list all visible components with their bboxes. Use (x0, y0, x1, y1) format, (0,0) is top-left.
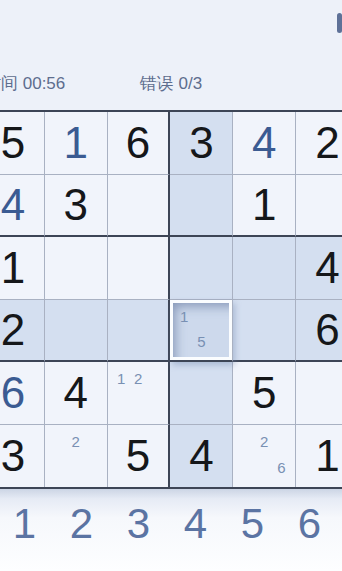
cell-r3c2[interactable] (45, 237, 108, 300)
given-digit: 1 (1, 246, 25, 290)
given-digit: 3 (1, 434, 25, 478)
cell-r5c2[interactable]: 4 (45, 362, 108, 425)
cell-r1c5[interactable]: 4 (233, 112, 296, 175)
cell-r2c6[interactable] (296, 175, 342, 238)
given-digit: 5 (252, 371, 276, 415)
pad-digit-2[interactable]: 2 (53, 501, 110, 547)
cell-r5c6[interactable] (296, 362, 342, 425)
given-digit: 3 (189, 121, 213, 165)
given-digit: 6 (126, 121, 150, 165)
given-digit: 4 (315, 246, 339, 290)
pencil-note-slot: 2 (256, 429, 273, 455)
pencil-notes: 2 (50, 429, 102, 482)
pad-digit-6[interactable]: 6 (281, 501, 338, 547)
cell-r1c2[interactable]: 1 (45, 112, 108, 175)
cell-r2c2[interactable]: 3 (45, 175, 108, 238)
cell-r5c1[interactable]: 6 (0, 362, 45, 425)
user-digit: 4 (252, 121, 276, 165)
pause-button[interactable] (337, 13, 342, 33)
pencil-note-slot (67, 455, 84, 481)
cell-r6c5[interactable]: 26 (233, 425, 296, 488)
pad-digit-5[interactable]: 5 (224, 501, 281, 547)
pause-icon (337, 13, 342, 33)
cell-r6c6[interactable]: 1 (296, 425, 342, 488)
pencil-note-slot: 2 (67, 429, 84, 455)
cell-r4c2[interactable] (45, 300, 108, 363)
cell-r1c4[interactable]: 3 (170, 112, 233, 175)
cell-r2c1[interactable]: 4 (0, 175, 45, 238)
user-digit: 6 (1, 371, 25, 415)
cell-r2c4[interactable] (170, 175, 233, 238)
given-digit: 6 (315, 308, 339, 352)
pencil-note-slot (210, 329, 227, 354)
pencil-note-slot: 1 (113, 366, 130, 392)
cell-r3c4[interactable] (170, 237, 233, 300)
pencil-note-slot: 6 (273, 455, 290, 481)
pencil-notes: 26 (238, 429, 290, 482)
given-digit: 2 (1, 308, 25, 352)
pad-digit-4[interactable]: 4 (167, 501, 224, 547)
given-digit: 2 (315, 121, 339, 165)
cell-r6c1[interactable]: 3 (0, 425, 45, 488)
cell-r3c6[interactable]: 4 (296, 237, 342, 300)
given-digit: 4 (64, 371, 88, 415)
pencil-note-slot (273, 429, 290, 455)
pencil-note-slot (50, 429, 67, 455)
info-row: 时间 00:56 错误 0/3 (0, 74, 342, 94)
cell-r2c3[interactable] (108, 175, 171, 238)
pencil-note-slot (175, 329, 192, 354)
cell-r6c4[interactable]: 4 (170, 425, 233, 488)
pencil-note-slot (130, 392, 147, 418)
pencil-note-slot (238, 455, 255, 481)
cell-r3c3[interactable] (108, 237, 171, 300)
cell-r5c3[interactable]: 12 (108, 362, 171, 425)
sudoku-board: 516342431142156641253254261 (0, 110, 342, 489)
pencil-note-slot (147, 392, 164, 418)
given-digit: 5 (1, 121, 25, 165)
cell-r6c3[interactable]: 5 (108, 425, 171, 488)
cell-r4c1[interactable]: 2 (0, 300, 45, 363)
cell-r2c5[interactable]: 1 (233, 175, 296, 238)
pencil-note-slot (113, 392, 130, 418)
pencil-note-slot (238, 429, 255, 455)
pencil-note-slot (147, 366, 164, 392)
pencil-note-slot (193, 304, 210, 329)
given-digit: 1 (315, 434, 339, 478)
pencil-note-slot: 1 (175, 304, 192, 329)
number-pad: 123456 (0, 501, 338, 547)
pencil-note-slot (210, 304, 227, 329)
user-digit: 1 (64, 121, 88, 165)
error-counter: 错误 0/3 (0, 74, 342, 94)
cell-r4c6[interactable]: 6 (296, 300, 342, 363)
cell-r5c4[interactable] (170, 362, 233, 425)
given-digit: 3 (64, 183, 88, 227)
given-digit: 4 (189, 434, 213, 478)
pencil-note-slot (256, 455, 273, 481)
pencil-note-slot (84, 455, 101, 481)
cell-r6c2[interactable]: 2 (45, 425, 108, 488)
sudoku-screen: 时间 00:56 错误 0/3 516342431142156641253254… (0, 0, 342, 571)
pencil-note-slot: 2 (130, 366, 147, 392)
cell-r3c5[interactable] (233, 237, 296, 300)
cell-r4c3[interactable] (108, 300, 171, 363)
pencil-note-slot: 5 (193, 329, 210, 354)
cell-r1c1[interactable]: 5 (0, 112, 45, 175)
cell-r1c3[interactable]: 6 (108, 112, 171, 175)
cell-r4c4[interactable]: 15 (170, 300, 233, 363)
pencil-notes: 15 (175, 304, 227, 355)
pencil-note-slot (84, 429, 101, 455)
cell-r1c6[interactable]: 2 (296, 112, 342, 175)
pencil-note-slot (50, 455, 67, 481)
pencil-notes: 12 (113, 366, 164, 418)
user-digit: 4 (1, 183, 25, 227)
given-digit: 1 (252, 183, 276, 227)
cell-r3c1[interactable]: 1 (0, 237, 45, 300)
cell-r5c5[interactable]: 5 (233, 362, 296, 425)
pad-digit-1[interactable]: 1 (0, 501, 53, 547)
cell-r4c5[interactable] (233, 300, 296, 363)
pad-digit-3[interactable]: 3 (110, 501, 167, 547)
number-pad-area: 123456 (0, 489, 342, 571)
given-digit: 5 (126, 434, 150, 478)
